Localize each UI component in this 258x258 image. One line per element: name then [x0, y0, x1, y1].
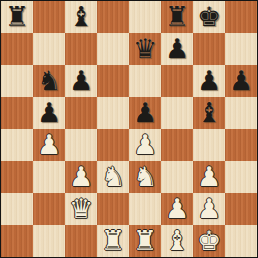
square-a4[interactable]: [1, 129, 33, 161]
square-d1[interactable]: ♜: [97, 225, 129, 257]
square-e6[interactable]: [129, 65, 161, 97]
white-pawn[interactable]: ♟: [37, 129, 61, 161]
square-h3[interactable]: [225, 161, 257, 193]
square-f3[interactable]: [161, 161, 193, 193]
square-h1[interactable]: [225, 225, 257, 257]
square-a8[interactable]: ♜: [1, 1, 33, 33]
square-d6[interactable]: [97, 65, 129, 97]
square-a6[interactable]: [1, 65, 33, 97]
square-d8[interactable]: [97, 1, 129, 33]
black-queen[interactable]: ♛: [133, 33, 157, 65]
square-f5[interactable]: [161, 97, 193, 129]
square-e7[interactable]: ♛: [129, 33, 161, 65]
chess-board: ♜♝♜♚♛♟♞♟♟♟♟♟♝♟♟♟♞♞♟♛♟♟♜♜♝♚: [0, 0, 258, 258]
white-rook[interactable]: ♜: [101, 225, 125, 257]
black-king[interactable]: ♚: [197, 1, 221, 33]
square-h6[interactable]: ♟: [225, 65, 257, 97]
square-a1[interactable]: [1, 225, 33, 257]
square-b3[interactable]: [33, 161, 65, 193]
square-b5[interactable]: ♟: [33, 97, 65, 129]
square-a5[interactable]: [1, 97, 33, 129]
black-bishop[interactable]: ♝: [197, 97, 221, 129]
square-b7[interactable]: [33, 33, 65, 65]
square-c4[interactable]: [65, 129, 97, 161]
black-rook[interactable]: ♜: [165, 1, 189, 33]
square-a2[interactable]: [1, 193, 33, 225]
square-d4[interactable]: [97, 129, 129, 161]
square-e8[interactable]: [129, 1, 161, 33]
square-b1[interactable]: [33, 225, 65, 257]
square-d2[interactable]: [97, 193, 129, 225]
square-g7[interactable]: [193, 33, 225, 65]
white-knight[interactable]: ♞: [133, 161, 157, 193]
square-b6[interactable]: ♞: [33, 65, 65, 97]
black-pawn[interactable]: ♟: [37, 97, 61, 129]
square-e1[interactable]: ♜: [129, 225, 161, 257]
black-pawn[interactable]: ♟: [197, 65, 221, 97]
white-pawn[interactable]: ♟: [133, 129, 157, 161]
square-g6[interactable]: ♟: [193, 65, 225, 97]
black-pawn[interactable]: ♟: [229, 65, 253, 97]
white-knight[interactable]: ♞: [101, 161, 125, 193]
square-g8[interactable]: ♚: [193, 1, 225, 33]
black-pawn[interactable]: ♟: [69, 65, 93, 97]
square-f8[interactable]: ♜: [161, 1, 193, 33]
white-pawn[interactable]: ♟: [197, 193, 221, 225]
square-a3[interactable]: [1, 161, 33, 193]
square-c2[interactable]: ♛: [65, 193, 97, 225]
white-bishop[interactable]: ♝: [165, 225, 189, 257]
square-a7[interactable]: [1, 33, 33, 65]
square-c6[interactable]: ♟: [65, 65, 97, 97]
square-g2[interactable]: ♟: [193, 193, 225, 225]
square-f6[interactable]: [161, 65, 193, 97]
square-d3[interactable]: ♞: [97, 161, 129, 193]
square-h4[interactable]: [225, 129, 257, 161]
square-c3[interactable]: ♟: [65, 161, 97, 193]
white-queen[interactable]: ♛: [69, 193, 93, 225]
square-d7[interactable]: [97, 33, 129, 65]
square-e2[interactable]: [129, 193, 161, 225]
square-c5[interactable]: [65, 97, 97, 129]
square-e4[interactable]: ♟: [129, 129, 161, 161]
white-pawn[interactable]: ♟: [69, 161, 93, 193]
white-rook[interactable]: ♜: [133, 225, 157, 257]
white-pawn[interactable]: ♟: [197, 161, 221, 193]
black-pawn[interactable]: ♟: [133, 97, 157, 129]
white-pawn[interactable]: ♟: [165, 193, 189, 225]
black-pawn[interactable]: ♟: [165, 33, 189, 65]
square-c8[interactable]: ♝: [65, 1, 97, 33]
black-knight[interactable]: ♞: [37, 65, 61, 97]
square-h2[interactable]: [225, 193, 257, 225]
square-e3[interactable]: ♞: [129, 161, 161, 193]
square-b2[interactable]: [33, 193, 65, 225]
square-g4[interactable]: [193, 129, 225, 161]
square-d5[interactable]: [97, 97, 129, 129]
square-h7[interactable]: [225, 33, 257, 65]
square-g1[interactable]: ♚: [193, 225, 225, 257]
square-f1[interactable]: ♝: [161, 225, 193, 257]
square-b8[interactable]: [33, 1, 65, 33]
square-f7[interactable]: ♟: [161, 33, 193, 65]
square-c7[interactable]: [65, 33, 97, 65]
square-b4[interactable]: ♟: [33, 129, 65, 161]
square-f2[interactable]: ♟: [161, 193, 193, 225]
square-g3[interactable]: ♟: [193, 161, 225, 193]
black-rook[interactable]: ♜: [5, 1, 29, 33]
black-bishop[interactable]: ♝: [69, 1, 93, 33]
white-king[interactable]: ♚: [197, 225, 221, 257]
square-g5[interactable]: ♝: [193, 97, 225, 129]
square-h8[interactable]: [225, 1, 257, 33]
square-e5[interactable]: ♟: [129, 97, 161, 129]
square-c1[interactable]: [65, 225, 97, 257]
square-f4[interactable]: [161, 129, 193, 161]
square-h5[interactable]: [225, 97, 257, 129]
